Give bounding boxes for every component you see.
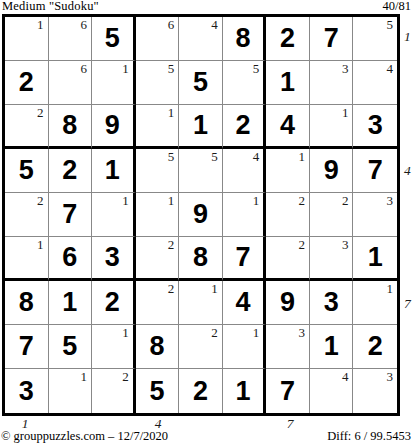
pencil-mark: 2 xyxy=(168,282,175,296)
pencil-mark: 1 xyxy=(211,282,218,296)
cell-value: 8 xyxy=(149,333,164,360)
cell-r2c6[interactable]: 5 xyxy=(223,61,267,105)
cell-r2c1[interactable]: 2 xyxy=(5,61,49,105)
cell-value: 5 xyxy=(62,333,77,360)
cell-r6c7[interactable]: 2 xyxy=(266,237,310,281)
cell-r3c5[interactable]: 1 xyxy=(179,105,223,149)
cell-r1c6[interactable]: 8 xyxy=(223,17,267,61)
cell-r1c1[interactable]: 1 xyxy=(5,17,49,61)
cell-r5c2[interactable]: 7 xyxy=(49,193,93,237)
cell-r1c9[interactable]: 5 xyxy=(353,17,397,61)
cell-value: 2 xyxy=(193,378,208,405)
cell-r5c4[interactable]: 1 xyxy=(136,193,180,237)
cell-r2c2[interactable]: 6 xyxy=(49,61,93,105)
cell-value: 1 xyxy=(324,333,339,360)
pencil-mark: 1 xyxy=(37,18,44,32)
page-title: Medium "Sudoku" xyxy=(2,0,99,14)
cell-value: 4 xyxy=(280,112,295,139)
cell-r8c5[interactable]: 2 xyxy=(179,325,223,369)
row-label-4: 4 xyxy=(404,163,411,179)
cell-r8c6[interactable]: 1 xyxy=(223,325,267,369)
cell-value: 5 xyxy=(149,378,164,405)
cell-r3c7[interactable]: 4 xyxy=(266,105,310,149)
cell-r5c3[interactable]: 1 xyxy=(92,193,136,237)
cell-r7c4[interactable]: 2 xyxy=(136,281,180,325)
cell-value: 7 xyxy=(236,244,251,271)
cell-value: 3 xyxy=(368,112,383,139)
pencil-mark: 1 xyxy=(298,150,305,164)
cell-value: 7 xyxy=(62,201,77,228)
pencil-mark: 2 xyxy=(37,194,44,208)
cell-value: 4 xyxy=(236,289,251,316)
pencil-mark: 1 xyxy=(387,282,394,296)
cell-value: 7 xyxy=(280,378,295,405)
pencil-mark: 2 xyxy=(298,238,305,252)
pencil-mark: 2 xyxy=(122,370,129,384)
cell-r6c1[interactable]: 1 xyxy=(5,237,49,281)
col-label-7: 7 xyxy=(287,416,294,432)
cell-r4c2[interactable]: 2 xyxy=(49,149,93,193)
pencil-mark: 3 xyxy=(342,62,349,76)
pencil-mark: 5 xyxy=(168,150,175,164)
cell-value: 2 xyxy=(236,112,251,139)
cell-value: 6 xyxy=(62,244,77,271)
cell-r6c8[interactable]: 3 xyxy=(310,237,354,281)
cell-r5c1[interactable]: 2 xyxy=(5,193,49,237)
pencil-mark: 6 xyxy=(168,18,175,32)
cell-value: 9 xyxy=(105,112,120,139)
cell-value: 2 xyxy=(105,289,120,316)
pencil-mark: 5 xyxy=(253,62,260,76)
pencil-mark: 1 xyxy=(253,326,260,340)
cell-r6c6[interactable]: 7 xyxy=(223,237,267,281)
cell-r2c8[interactable]: 3 xyxy=(310,61,354,105)
pencil-mark: 2 xyxy=(168,238,175,252)
cell-value: 7 xyxy=(324,25,339,52)
cell-r2c7[interactable]: 1 xyxy=(266,61,310,105)
cell-value: 1 xyxy=(105,157,120,184)
cell-r5c5[interactable]: 9 xyxy=(179,193,223,237)
cell-r3c3[interactable]: 9 xyxy=(92,105,136,149)
pencil-mark: 1 xyxy=(122,326,129,340)
sudoku-page: Medium "Sudoku" 40/81 165648275261555134… xyxy=(0,0,412,445)
cell-r9c5[interactable]: 2 xyxy=(179,369,223,413)
cell-value: 1 xyxy=(236,378,251,405)
cell-r2c9[interactable]: 4 xyxy=(353,61,397,105)
cell-r6c3[interactable]: 3 xyxy=(92,237,136,281)
cell-value: 1 xyxy=(62,289,77,316)
pencil-mark: 5 xyxy=(168,62,175,76)
cell-r5c8[interactable]: 2 xyxy=(310,193,354,237)
cell-r7c9[interactable]: 1 xyxy=(353,281,397,325)
cell-value: 5 xyxy=(105,25,120,52)
cell-value: 3 xyxy=(324,289,339,316)
cell-r4c1[interactable]: 5 xyxy=(5,149,49,193)
cell-r5c6[interactable]: 1 xyxy=(223,193,267,237)
cell-r2c4[interactable]: 5 xyxy=(136,61,180,105)
pencil-mark: 5 xyxy=(211,150,218,164)
cell-r7c8[interactable]: 3 xyxy=(310,281,354,325)
cell-r1c5[interactable]: 4 xyxy=(179,17,223,61)
cell-r6c5[interactable]: 8 xyxy=(179,237,223,281)
row-label-1: 1 xyxy=(404,29,411,45)
pencil-mark: 4 xyxy=(253,150,260,164)
cell-r9c9[interactable]: 3 xyxy=(353,369,397,413)
cell-value: 9 xyxy=(324,157,339,184)
cell-r3c9[interactable]: 3 xyxy=(353,105,397,149)
pencil-mark: 1 xyxy=(253,194,260,208)
cell-r9c4[interactable]: 5 xyxy=(136,369,180,413)
cell-r7c2[interactable]: 1 xyxy=(49,281,93,325)
cell-r7c5[interactable]: 1 xyxy=(179,281,223,325)
cell-r1c4[interactable]: 6 xyxy=(136,17,180,61)
pencil-mark: 2 xyxy=(342,194,349,208)
cell-value: 1 xyxy=(193,112,208,139)
cell-r8c1[interactable]: 7 xyxy=(5,325,49,369)
cell-r8c8[interactable]: 1 xyxy=(310,325,354,369)
cell-r2c3[interactable]: 1 xyxy=(92,61,136,105)
cell-value: 1 xyxy=(280,69,295,96)
cell-r5c7[interactable]: 2 xyxy=(266,193,310,237)
pencil-mark: 2 xyxy=(298,194,305,208)
cell-r1c3[interactable]: 5 xyxy=(92,17,136,61)
cell-value: 5 xyxy=(19,157,34,184)
cell-value: 2 xyxy=(280,25,295,52)
pencil-mark: 5 xyxy=(387,18,394,32)
cell-value: 3 xyxy=(105,244,120,271)
difficulty-text: Diff: 6 / 99.5453 xyxy=(327,429,411,444)
cell-value: 8 xyxy=(193,244,208,271)
pencil-mark: 3 xyxy=(298,326,305,340)
pencil-mark: 1 xyxy=(122,62,129,76)
pencil-mark: 1 xyxy=(37,238,44,252)
cell-r1c8[interactable]: 7 xyxy=(310,17,354,61)
cell-r9c6[interactable]: 1 xyxy=(223,369,267,413)
cell-value: 9 xyxy=(193,201,208,228)
cell-r9c8[interactable]: 4 xyxy=(310,369,354,413)
cell-value: 8 xyxy=(19,289,34,316)
cell-r9c3[interactable]: 2 xyxy=(92,369,136,413)
copyright-text: © grouppuzzles.com – 12/7/2020 xyxy=(1,429,168,444)
pencil-mark: 6 xyxy=(81,62,88,76)
cell-r8c4[interactable]: 8 xyxy=(136,325,180,369)
cell-r3c1[interactable]: 2 xyxy=(5,105,49,149)
cell-r8c9[interactable]: 2 xyxy=(353,325,397,369)
cell-r6c9[interactable]: 1 xyxy=(353,237,397,281)
pencil-mark: 3 xyxy=(342,238,349,252)
pencil-mark: 1 xyxy=(168,106,175,120)
pencil-mark: 4 xyxy=(211,18,218,32)
cell-value: 8 xyxy=(236,25,251,52)
cell-r6c2[interactable]: 6 xyxy=(49,237,93,281)
cell-r4c3[interactable]: 1 xyxy=(92,149,136,193)
cell-r1c7[interactable]: 2 xyxy=(266,17,310,61)
cell-r8c2[interactable]: 5 xyxy=(49,325,93,369)
sudoku-board: 1656482752615551342891124135215541972711… xyxy=(2,14,400,416)
cell-r9c1[interactable]: 3 xyxy=(5,369,49,413)
cell-r2c5[interactable]: 5 xyxy=(179,61,223,105)
pencil-mark: 4 xyxy=(342,370,349,384)
cell-value: 9 xyxy=(280,289,295,316)
cell-value: 2 xyxy=(19,69,34,96)
cell-value: 7 xyxy=(368,157,383,184)
cell-r8c7[interactable]: 3 xyxy=(266,325,310,369)
cell-r3c6[interactable]: 2 xyxy=(223,105,267,149)
cell-r8c3[interactable]: 1 xyxy=(92,325,136,369)
cell-value: 7 xyxy=(19,333,34,360)
cell-r7c3[interactable]: 2 xyxy=(92,281,136,325)
cell-r9c7[interactable]: 7 xyxy=(266,369,310,413)
pencil-mark: 4 xyxy=(387,62,394,76)
cell-r9c2[interactable]: 1 xyxy=(49,369,93,413)
cell-value: 2 xyxy=(62,157,77,184)
cell-r7c7[interactable]: 9 xyxy=(266,281,310,325)
cell-r3c2[interactable]: 8 xyxy=(49,105,93,149)
cell-r6c4[interactable]: 2 xyxy=(136,237,180,281)
cell-r4c7[interactable]: 1 xyxy=(266,149,310,193)
cell-value: 5 xyxy=(193,69,208,96)
cell-r4c4[interactable]: 5 xyxy=(136,149,180,193)
pencil-mark: 2 xyxy=(37,106,44,120)
pencil-mark: 1 xyxy=(81,370,88,384)
pencil-mark: 3 xyxy=(387,194,394,208)
pencil-mark: 2 xyxy=(211,326,218,340)
cell-r5c9[interactable]: 3 xyxy=(353,193,397,237)
cell-r7c1[interactable]: 8 xyxy=(5,281,49,325)
cell-r4c6[interactable]: 4 xyxy=(223,149,267,193)
cell-value: 1 xyxy=(368,244,383,271)
cell-r4c9[interactable]: 7 xyxy=(353,149,397,193)
cell-r4c8[interactable]: 9 xyxy=(310,149,354,193)
cell-r3c4[interactable]: 1 xyxy=(136,105,180,149)
cell-r4c5[interactable]: 5 xyxy=(179,149,223,193)
cell-r3c8[interactable]: 1 xyxy=(310,105,354,149)
cell-r7c6[interactable]: 4 xyxy=(223,281,267,325)
pencil-mark: 1 xyxy=(122,194,129,208)
cell-r1c2[interactable]: 6 xyxy=(49,17,93,61)
pencil-mark: 6 xyxy=(81,18,88,32)
cell-value: 8 xyxy=(62,112,77,139)
pencil-mark: 3 xyxy=(387,370,394,384)
pencil-mark: 1 xyxy=(342,106,349,120)
cell-value: 3 xyxy=(19,378,34,405)
row-label-7: 7 xyxy=(404,296,411,312)
cell-value: 2 xyxy=(368,333,383,360)
filled-cell-counter: 40/81 xyxy=(383,0,411,14)
pencil-mark: 1 xyxy=(168,194,175,208)
